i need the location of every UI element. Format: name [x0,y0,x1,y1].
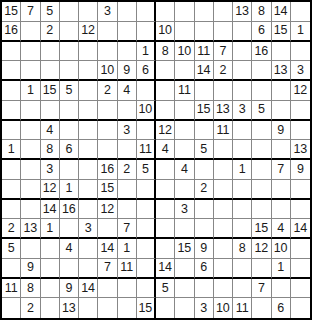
given-digit: 8 [27,282,34,295]
cell-r12c16[interactable]: 14 [291,219,310,239]
cell-r6c3[interactable] [41,101,60,121]
given-digit: 2 [123,163,130,176]
cell-r1c5[interactable] [79,2,98,22]
cell-r6c9[interactable] [156,101,175,121]
cell-r4c16[interactable]: 3 [291,61,310,81]
cell-r1c9[interactable] [156,2,175,22]
cell-r7c11[interactable] [195,121,214,141]
cell-r2c9[interactable]: 10 [156,22,175,42]
cell-r2c4[interactable] [60,22,79,42]
cell-r7c12[interactable]: 11 [214,121,233,141]
cell-r13c16[interactable] [291,239,310,259]
cell-r5c11[interactable] [195,81,214,101]
cell-r7c1[interactable] [2,121,21,141]
cell-r15c8[interactable] [137,279,156,299]
cell-r16c5[interactable] [79,298,98,318]
cell-r3c5[interactable] [79,42,98,62]
given-digit: 1 [8,143,15,156]
given-digit: 7 [123,222,130,235]
cell-r11c16[interactable] [291,200,310,220]
cell-r3c3[interactable] [41,42,60,62]
given-digit: 13 [274,64,288,77]
cell-r7c14[interactable] [252,121,271,141]
cell-r12c13[interactable] [233,219,252,239]
cell-r11c14[interactable] [252,200,271,220]
cell-r16c10[interactable] [175,298,194,318]
cell-r8c12[interactable] [214,140,233,160]
cell-r2c16[interactable]: 1 [291,22,310,42]
cell-r2c15[interactable]: 15 [272,22,291,42]
cell-r2c5[interactable]: 12 [79,22,98,42]
given-digit: 11 [236,302,249,315]
cell-r1c10[interactable] [175,2,194,22]
cell-r9c6[interactable]: 16 [98,160,117,180]
cell-r8c15[interactable] [272,140,291,160]
cell-r14c4[interactable] [60,259,79,279]
cell-r2c14[interactable]: 6 [252,22,271,42]
cell-r13c12[interactable] [214,239,233,259]
cell-r6c11[interactable]: 15 [195,101,214,121]
cell-r8c5[interactable] [79,140,98,160]
cell-r10c1[interactable] [2,180,21,200]
given-digit: 13 [235,5,249,18]
cell-r16c11[interactable]: 3 [195,298,214,318]
cell-r13c13[interactable]: 8 [233,239,252,259]
cell-r2c13[interactable] [233,22,252,42]
given-digit: 12 [158,124,172,137]
cell-r6c8[interactable]: 10 [137,101,156,121]
cell-r12c10[interactable] [175,219,194,239]
cell-r14c5[interactable] [79,259,98,279]
cell-r13c11[interactable]: 9 [195,239,214,259]
cell-r10c2[interactable] [21,180,40,200]
given-digit: 10 [100,64,114,77]
cell-r1c14[interactable]: 8 [252,2,271,22]
cell-r5c8[interactable] [137,81,156,101]
cell-r2c2[interactable] [21,22,40,42]
cell-r14c8[interactable] [137,259,156,279]
cell-r13c1[interactable]: 5 [2,239,21,259]
cell-r12c15[interactable]: 4 [272,219,291,239]
cell-r6c12[interactable]: 13 [214,101,233,121]
cell-r9c14[interactable] [252,160,271,180]
cell-r15c6[interactable] [98,279,117,299]
cell-r7c6[interactable] [98,121,117,141]
cell-r8c4[interactable]: 6 [60,140,79,160]
cell-r5c16[interactable]: 12 [291,81,310,101]
cell-r16c6[interactable] [98,298,117,318]
cell-r16c15[interactable]: 6 [272,298,291,318]
cell-r12c14[interactable]: 15 [252,219,271,239]
cell-r8c2[interactable] [21,140,40,160]
cell-r13c5[interactable] [79,239,98,259]
given-digit: 5 [46,5,53,18]
cell-r7c5[interactable] [79,121,98,141]
cell-r1c15[interactable]: 14 [272,2,291,22]
cell-r12c4[interactable] [60,219,79,239]
cell-r6c14[interactable]: 5 [252,101,271,121]
cell-r9c12[interactable] [214,160,233,180]
cell-r9c3[interactable]: 3 [41,160,60,180]
cell-r14c6[interactable]: 7 [98,259,117,279]
cell-r12c1[interactable]: 2 [2,219,21,239]
cell-r10c6[interactable]: 15 [98,180,117,200]
given-digit: 9 [27,261,34,274]
cell-r6c2[interactable] [21,101,40,121]
cell-r13c4[interactable]: 4 [60,239,79,259]
cell-r12c11[interactable] [195,219,214,239]
cell-r3c12[interactable]: 7 [214,42,233,62]
given-digit: 9 [297,163,304,176]
given-digit: 14 [274,5,288,18]
cell-r1c11[interactable] [195,2,214,22]
cell-r15c3[interactable] [41,279,60,299]
cell-r3c14[interactable]: 16 [252,42,271,62]
cell-r14c9[interactable]: 14 [156,259,175,279]
cell-r5c6[interactable]: 2 [98,81,117,101]
cell-r16c16[interactable] [291,298,310,318]
cell-r7c13[interactable] [233,121,252,141]
given-digit: 7 [219,45,226,58]
cell-r12c5[interactable]: 3 [79,219,98,239]
cell-r11c11[interactable] [195,200,214,220]
cell-r8c16[interactable]: 13 [291,140,310,160]
cell-r16c7[interactable] [118,298,137,318]
cell-r10c14[interactable] [252,180,271,200]
cell-r13c3[interactable] [41,239,60,259]
cell-r6c1[interactable] [2,101,21,121]
cell-r5c2[interactable]: 1 [21,81,40,101]
cell-r6c16[interactable] [291,101,310,121]
cell-r11c6[interactable]: 12 [98,200,117,220]
cell-r1c8[interactable] [137,2,156,22]
cell-r1c7[interactable] [118,2,137,22]
cell-r3c8[interactable]: 1 [137,42,156,62]
cell-r13c8[interactable] [137,239,156,259]
cell-r6c15[interactable] [272,101,291,121]
given-digit: 6 [200,261,207,274]
cell-r15c11[interactable] [195,279,214,299]
cell-r15c10[interactable] [175,279,194,299]
cell-r7c3[interactable]: 4 [41,121,60,141]
cell-r3c2[interactable] [21,42,40,62]
cell-r4c4[interactable] [60,61,79,81]
given-digit: 5 [8,242,15,255]
cell-r9c11[interactable] [195,160,214,180]
cell-r4c14[interactable] [252,61,271,81]
given-digit: 16 [62,203,76,216]
given-digit: 9 [200,242,207,255]
cell-r4c5[interactable] [79,61,98,81]
cell-r4c12[interactable]: 2 [214,61,233,81]
cell-r15c13[interactable] [233,279,252,299]
cell-r5c13[interactable] [233,81,252,101]
cell-r11c10[interactable]: 3 [175,200,194,220]
given-digit: 15 [254,222,268,235]
cell-r7c16[interactable] [291,121,310,141]
cell-r5c1[interactable] [2,81,21,101]
given-digit: 6 [277,302,284,315]
cell-r8c1[interactable]: 1 [2,140,21,160]
cell-r9c5[interactable] [79,160,98,180]
cell-r9c13[interactable]: 1 [233,160,252,180]
cell-r10c13[interactable] [233,180,252,200]
cell-r15c15[interactable] [272,279,291,299]
cell-r16c9[interactable] [156,298,175,318]
cell-r10c10[interactable] [175,180,194,200]
cell-r7c10[interactable] [175,121,194,141]
given-digit: 5 [65,84,72,97]
cell-r12c8[interactable] [137,219,156,239]
cell-r11c12[interactable] [214,200,233,220]
cell-r9c10[interactable]: 4 [175,160,194,180]
cell-r8c10[interactable] [175,140,194,160]
cell-r11c13[interactable] [233,200,252,220]
cell-r14c12[interactable] [214,259,233,279]
cell-r3c11[interactable]: 11 [195,42,214,62]
cell-r5c7[interactable]: 4 [118,81,137,101]
cell-r10c15[interactable] [272,180,291,200]
given-digit: 15 [274,24,288,37]
cell-r11c3[interactable]: 14 [41,200,60,220]
cell-r13c7[interactable]: 1 [118,239,137,259]
cell-r11c9[interactable] [156,200,175,220]
cell-r10c3[interactable]: 12 [41,180,60,200]
cell-r9c9[interactable] [156,160,175,180]
cell-r13c10[interactable]: 15 [175,239,194,259]
cell-r11c8[interactable] [137,200,156,220]
cell-r3c15[interactable] [272,42,291,62]
cell-r13c15[interactable]: 10 [272,239,291,259]
cell-r10c16[interactable] [291,180,310,200]
cell-r1c12[interactable] [214,2,233,22]
cell-r8c11[interactable]: 5 [195,140,214,160]
cell-r12c9[interactable] [156,219,175,239]
cell-r3c4[interactable] [60,42,79,62]
given-digit: 11 [5,282,18,295]
cell-r13c2[interactable] [21,239,40,259]
cell-r4c15[interactable]: 13 [272,61,291,81]
cell-r10c4[interactable]: 1 [60,180,79,200]
cell-r1c3[interactable]: 5 [41,2,60,22]
cell-r14c2[interactable]: 9 [21,259,40,279]
cell-r4c2[interactable] [21,61,40,81]
cell-r7c9[interactable]: 12 [156,121,175,141]
cell-r16c3[interactable] [41,298,60,318]
cell-r7c15[interactable]: 9 [272,121,291,141]
cell-r10c7[interactable] [118,180,137,200]
given-digit: 16 [254,45,268,58]
cell-r1c4[interactable] [60,2,79,22]
cell-r1c6[interactable]: 3 [98,2,117,22]
cell-r2c12[interactable] [214,22,233,42]
cell-r9c1[interactable] [2,160,21,180]
cell-r1c16[interactable] [291,2,310,22]
cell-r8c6[interactable] [98,140,117,160]
cell-r10c5[interactable] [79,180,98,200]
cell-r15c2[interactable]: 8 [21,279,40,299]
given-digit: 10 [177,45,191,58]
cell-r9c8[interactable]: 5 [137,160,156,180]
cell-r10c12[interactable] [214,180,233,200]
cell-r5c10[interactable]: 11 [175,81,194,101]
cell-r3c16[interactable] [291,42,310,62]
cell-r2c8[interactable] [137,22,156,42]
cell-r9c2[interactable] [21,160,40,180]
cell-r13c6[interactable]: 14 [98,239,117,259]
cell-r6c4[interactable] [60,101,79,121]
cell-r13c14[interactable]: 12 [252,239,271,259]
cell-r4c11[interactable]: 14 [195,61,214,81]
cell-r5c15[interactable] [272,81,291,101]
cell-r4c13[interactable] [233,61,252,81]
cell-r14c15[interactable]: 1 [272,259,291,279]
cell-r15c9[interactable]: 5 [156,279,175,299]
given-digit: 5 [162,282,169,295]
cell-r9c7[interactable]: 2 [118,160,137,180]
cell-r8c7[interactable] [118,140,137,160]
cell-r14c3[interactable] [41,259,60,279]
cell-r11c7[interactable] [118,200,137,220]
given-digit: 5 [200,143,207,156]
given-digit: 16 [4,24,18,37]
cell-r2c3[interactable]: 2 [41,22,60,42]
cell-r8c14[interactable] [252,140,271,160]
cell-r3c7[interactable] [118,42,137,62]
cell-r7c8[interactable] [137,121,156,141]
given-digit: 7 [277,163,284,176]
cell-r16c12[interactable]: 10 [214,298,233,318]
cell-r8c9[interactable]: 4 [156,140,175,160]
given-digit: 4 [277,222,284,235]
cell-r15c5[interactable]: 14 [79,279,98,299]
cell-r9c15[interactable]: 7 [272,160,291,180]
cell-r3c9[interactable]: 8 [156,42,175,62]
cell-r3c13[interactable] [233,42,252,62]
cell-r16c2[interactable]: 2 [21,298,40,318]
cell-r11c5[interactable] [79,200,98,220]
cell-r8c8[interactable]: 11 [137,140,156,160]
cell-r7c2[interactable] [21,121,40,141]
cell-r11c15[interactable] [272,200,291,220]
cell-r15c4[interactable]: 9 [60,279,79,299]
cell-r6c10[interactable] [175,101,194,121]
cell-r9c16[interactable]: 9 [291,160,310,180]
cell-r4c1[interactable] [2,61,21,81]
cell-r11c4[interactable]: 16 [60,200,79,220]
cell-r4c9[interactable] [156,61,175,81]
cell-r10c9[interactable] [156,180,175,200]
given-digit: 7 [27,5,34,18]
cell-r14c13[interactable] [233,259,252,279]
cell-r10c11[interactable]: 2 [195,180,214,200]
given-digit: 15 [43,84,57,97]
cell-r16c1[interactable] [2,298,21,318]
cell-r14c16[interactable] [291,259,310,279]
cell-r1c1[interactable]: 15 [2,2,21,22]
cell-r16c14[interactable] [252,298,271,318]
given-digit: 7 [258,282,265,295]
cell-r2c10[interactable] [175,22,194,42]
cell-r1c2[interactable]: 7 [21,2,40,22]
given-digit: 2 [200,182,207,195]
cell-r4c7[interactable]: 9 [118,61,137,81]
given-digit: 2 [219,64,226,77]
cell-r6c6[interactable] [98,101,117,121]
cell-r8c13[interactable] [233,140,252,160]
cell-r12c6[interactable] [98,219,117,239]
cell-r14c14[interactable] [252,259,271,279]
cell-r5c14[interactable] [252,81,271,101]
given-digit: 12 [293,84,307,97]
cell-r5c4[interactable]: 5 [60,81,79,101]
cell-r16c8[interactable]: 15 [137,298,156,318]
cell-r4c3[interactable] [41,61,60,81]
cell-r14c10[interactable] [175,259,194,279]
cell-r2c6[interactable] [98,22,117,42]
given-digit: 1 [297,24,304,37]
cell-r2c7[interactable] [118,22,137,42]
cell-r6c5[interactable] [79,101,98,121]
cell-r7c4[interactable] [60,121,79,141]
cell-r2c1[interactable]: 16 [2,22,21,42]
cell-r15c12[interactable] [214,279,233,299]
given-digit: 1 [65,182,72,195]
given-digit: 14 [100,242,114,255]
cell-r8c3[interactable]: 8 [41,140,60,160]
cell-r1c13[interactable]: 13 [233,2,252,22]
cell-r15c7[interactable] [118,279,137,299]
cell-r14c1[interactable] [2,259,21,279]
cell-r12c3[interactable]: 1 [41,219,60,239]
cell-r3c6[interactable] [98,42,117,62]
cell-r12c7[interactable]: 7 [118,219,137,239]
cell-r11c2[interactable] [21,200,40,220]
cell-r4c6[interactable]: 10 [98,61,117,81]
given-digit: 9 [123,64,130,77]
cell-r16c13[interactable]: 11 [233,298,252,318]
cell-r2c11[interactable] [195,22,214,42]
cell-r12c12[interactable] [214,219,233,239]
cell-r5c12[interactable] [214,81,233,101]
given-digit: 1 [239,163,246,176]
cell-r5c3[interactable]: 15 [41,81,60,101]
cell-r15c14[interactable]: 7 [252,279,271,299]
cell-r12c2[interactable]: 13 [21,219,40,239]
cell-r4c10[interactable] [175,61,194,81]
cell-r15c1[interactable]: 11 [2,279,21,299]
given-digit: 1 [27,84,34,97]
given-digit: 3 [85,222,92,235]
cell-r11c1[interactable] [2,200,21,220]
cell-r6c7[interactable] [118,101,137,121]
cell-r14c11[interactable]: 6 [195,259,214,279]
cell-r5c5[interactable] [79,81,98,101]
cell-r10c8[interactable] [137,180,156,200]
cell-r16c4[interactable]: 13 [60,298,79,318]
cell-r14c7[interactable]: 11 [118,259,137,279]
cell-r4c8[interactable]: 6 [137,61,156,81]
cell-r6c13[interactable]: 3 [233,101,252,121]
cell-r3c10[interactable]: 10 [175,42,194,62]
cell-r15c16[interactable] [291,279,310,299]
cell-r7c7[interactable]: 3 [118,121,137,141]
cell-r3c1[interactable] [2,42,21,62]
cell-r13c9[interactable] [156,239,175,259]
cell-r5c9[interactable] [156,81,175,101]
cell-r9c4[interactable] [60,160,79,180]
given-digit: 3 [239,103,246,116]
